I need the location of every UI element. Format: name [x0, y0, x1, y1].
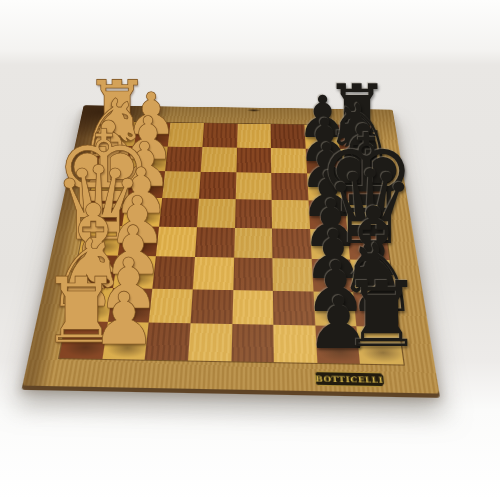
piece-black-rook-a8[interactable]: ♜: [341, 271, 423, 362]
piece-white-pawn-a2[interactable]: ♟: [92, 283, 157, 355]
pieces-layer: ♜♟♟♜♞♟♟♞♝♟♟♝♚♟♟♚♛♟♟♛♝♟♟♝♞♟♟♞♜♟♟♜: [0, 0, 500, 500]
photo-backdrop: BOTTICELLI ♜♟♟♜♞♟♟♞♝♟♟♝♚♟♟♚♛♟♟♛♝♟♟♝♞♟♟♞♜…: [0, 0, 500, 500]
